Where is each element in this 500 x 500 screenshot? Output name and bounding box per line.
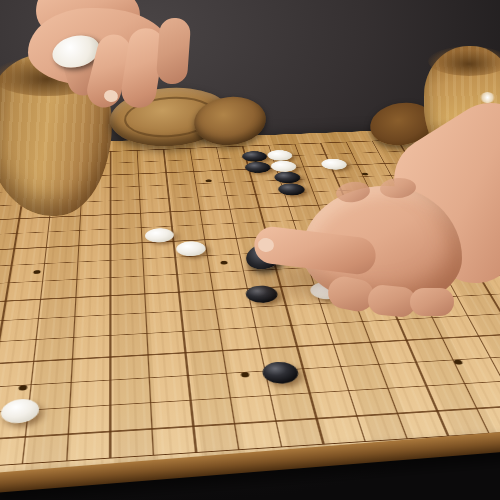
bowl-rim: [428, 46, 500, 76]
star-point: [19, 385, 28, 391]
white-stone: [0, 398, 40, 424]
white-stone: [175, 241, 206, 257]
go-game-photo: [0, 0, 500, 500]
right-hand-placing-black-stone: [240, 120, 500, 350]
star-point: [220, 261, 228, 265]
star-point: [33, 270, 41, 274]
star-point: [453, 359, 463, 364]
white-stone: [145, 228, 175, 243]
ring-finger: [156, 17, 192, 85]
star-point: [240, 372, 249, 378]
folded-finger: [410, 288, 454, 316]
bowl-highlight: [480, 92, 495, 103]
black-stone: [261, 361, 301, 385]
star-point: [205, 179, 212, 182]
left-hand-taking-white-stone: [8, 0, 208, 134]
